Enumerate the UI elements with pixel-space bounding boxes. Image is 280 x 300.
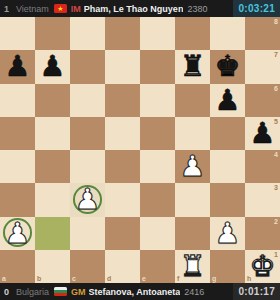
square-f7[interactable]: ♜ [175,50,210,83]
rank-label-3: 3 [274,184,278,191]
bulgaria-flag-icon [54,287,67,296]
square-d5[interactable] [105,117,140,150]
square-g7[interactable]: ♚ [210,50,245,83]
square-a8[interactable] [0,17,35,50]
square-d7[interactable] [105,50,140,83]
rank-label-8: 8 [274,18,278,25]
square-e5[interactable] [140,117,175,150]
square-h1[interactable]: ♚1h [245,250,280,283]
black-king: ♚ [210,50,245,83]
black-rook: ♜ [175,50,210,83]
white-king: ♚ [245,250,280,283]
bottom-player-score: 0 [4,287,16,297]
square-f8[interactable] [175,17,210,50]
square-d3[interactable] [105,183,140,216]
rank-label-2: 2 [274,218,278,225]
square-e1[interactable]: e [140,250,175,283]
bottom-player-name: Stefanova, Antoaneta [89,287,181,297]
square-b6[interactable] [35,84,70,117]
rank-label-6: 6 [274,85,278,92]
square-d4[interactable] [105,150,140,183]
square-g3[interactable] [210,183,245,216]
file-label-a: a [2,275,6,282]
top-player-clock: 0:03:21 [233,0,280,17]
square-c2[interactable] [70,217,105,250]
square-h2[interactable]: 2 [245,217,280,250]
square-c4[interactable] [70,150,105,183]
square-a3[interactable] [0,183,35,216]
top-player-name: Pham, Le Thao Nguyen [84,4,184,14]
white-pawn: ♟ [175,150,210,183]
file-label-b: b [37,275,41,282]
square-h5[interactable]: ♟5 [245,117,280,150]
square-g4[interactable] [210,150,245,183]
rank-label-1: 1 [274,251,278,258]
file-label-c: c [72,275,76,282]
white-pawn: ♟ [70,183,105,216]
file-label-d: d [107,275,111,282]
square-h6[interactable]: 6 [245,84,280,117]
square-h3[interactable]: 3 [245,183,280,216]
square-g5[interactable] [210,117,245,150]
bottom-player-bar[interactable]: 0 Bulgaria GM Stefanova, Antoaneta 2416 … [0,283,280,300]
square-c3[interactable]: ♟ [70,183,105,216]
star-icon: ★ [57,5,63,12]
square-a6[interactable] [0,84,35,117]
top-player-rating: 2380 [187,4,207,14]
black-pawn: ♟ [0,50,35,83]
square-h4[interactable]: 4 [245,150,280,183]
square-g2[interactable]: ♟ [210,217,245,250]
square-d6[interactable] [105,84,140,117]
square-b3[interactable] [35,183,70,216]
black-pawn: ♟ [210,84,245,117]
square-c5[interactable] [70,117,105,150]
square-e6[interactable] [140,84,175,117]
top-player-score: 1 [4,4,16,14]
square-a7[interactable]: ♟ [0,50,35,83]
rank-label-7: 7 [274,51,278,58]
square-g1[interactable]: g [210,250,245,283]
square-c1[interactable]: c [70,250,105,283]
bottom-player-rating: 2416 [184,287,204,297]
top-player-country: Vietnam [16,4,49,14]
square-g6[interactable]: ♟ [210,84,245,117]
square-b8[interactable] [35,17,70,50]
square-e8[interactable] [140,17,175,50]
square-d8[interactable] [105,17,140,50]
square-e4[interactable] [140,150,175,183]
file-label-h: h [247,275,251,282]
white-pawn: ♟ [0,217,35,250]
square-e3[interactable] [140,183,175,216]
square-h7[interactable]: 7 [245,50,280,83]
square-f6[interactable] [175,84,210,117]
square-g8[interactable] [210,17,245,50]
square-d2[interactable] [105,217,140,250]
chess-board: 8♟♟♜♚7♟6♟5♟4♟3♟♟2abcde♜fg♚1h [0,17,280,283]
square-f1[interactable]: ♜f [175,250,210,283]
square-a5[interactable] [0,117,35,150]
top-player-bar[interactable]: 1 Vietnam ★ IM Pham, Le Thao Nguyen 2380… [0,0,280,17]
square-f3[interactable] [175,183,210,216]
square-h8[interactable]: 8 [245,17,280,50]
move-highlight-circle [73,185,102,214]
square-f2[interactable] [175,217,210,250]
black-pawn: ♟ [245,117,280,150]
move-highlight-circle [3,218,32,247]
square-b5[interactable] [35,117,70,150]
bottom-player-clock: 0:01:17 [233,283,280,300]
file-label-g: g [212,275,216,282]
square-a2[interactable]: ♟ [0,217,35,250]
rank-label-4: 4 [274,151,278,158]
bottom-player-country: Bulgaria [16,287,49,297]
square-e7[interactable] [140,50,175,83]
square-d1[interactable]: d [105,250,140,283]
square-e2[interactable] [140,217,175,250]
square-f4[interactable]: ♟ [175,150,210,183]
square-b1[interactable]: b [35,250,70,283]
file-label-e: e [142,275,146,282]
square-f5[interactable] [175,117,210,150]
black-pawn: ♟ [35,50,70,83]
file-label-f: f [177,275,179,282]
square-a1[interactable]: a [0,250,35,283]
vietnam-flag-icon: ★ [54,4,67,13]
square-c6[interactable] [70,84,105,117]
bottom-player-title: GM [71,287,86,297]
square-b4[interactable] [35,150,70,183]
chess-broadcast-window: 1 Vietnam ★ IM Pham, Le Thao Nguyen 2380… [0,0,280,300]
rank-label-5: 5 [274,118,278,125]
square-b2[interactable] [35,217,70,250]
square-c8[interactable] [70,17,105,50]
white-rook: ♜ [175,250,210,283]
top-player-title: IM [71,4,81,14]
square-a4[interactable] [0,150,35,183]
white-pawn: ♟ [210,217,245,250]
square-c7[interactable] [70,50,105,83]
square-b7[interactable]: ♟ [35,50,70,83]
